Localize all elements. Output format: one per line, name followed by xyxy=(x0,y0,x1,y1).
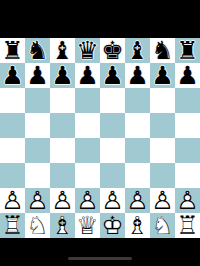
square-c8[interactable]: ♝ xyxy=(50,38,75,63)
square-c7[interactable]: ♟ xyxy=(50,63,75,88)
piece-white-knight[interactable]: ♞♘ xyxy=(150,213,175,238)
white-piece-outline-glyph: ♗ xyxy=(50,213,75,238)
square-e6[interactable] xyxy=(100,88,125,113)
black-piece-glyph: ♚ xyxy=(100,38,125,63)
square-d6[interactable] xyxy=(75,88,100,113)
piece-black-pawn[interactable]: ♟ xyxy=(150,63,175,88)
square-b4[interactable] xyxy=(25,138,50,163)
square-f8[interactable]: ♝ xyxy=(125,38,150,63)
square-c5[interactable] xyxy=(50,113,75,138)
black-piece-glyph: ♟ xyxy=(25,63,50,88)
square-f3[interactable] xyxy=(125,163,150,188)
piece-black-queen[interactable]: ♛ xyxy=(75,38,100,63)
square-d1[interactable]: ♛♕ xyxy=(75,213,100,238)
home-indicator-handle[interactable] xyxy=(68,257,132,260)
square-d4[interactable] xyxy=(75,138,100,163)
black-piece-glyph: ♟ xyxy=(75,63,100,88)
square-d2[interactable]: ♟♙ xyxy=(75,188,100,213)
square-a4[interactable] xyxy=(0,138,25,163)
square-g5[interactable] xyxy=(150,113,175,138)
white-piece-outline-glyph: ♙ xyxy=(50,188,75,213)
black-piece-glyph: ♜ xyxy=(0,38,25,63)
bottom-bar xyxy=(0,238,200,266)
black-piece-glyph: ♞ xyxy=(25,38,50,63)
square-h5[interactable] xyxy=(175,113,200,138)
black-piece-glyph: ♟ xyxy=(150,63,175,88)
piece-black-knight[interactable]: ♞ xyxy=(25,38,50,63)
white-piece-outline-glyph: ♔ xyxy=(100,213,125,238)
square-c4[interactable] xyxy=(50,138,75,163)
piece-black-pawn[interactable]: ♟ xyxy=(25,63,50,88)
piece-white-bishop[interactable]: ♝♗ xyxy=(125,213,150,238)
black-piece-glyph: ♛ xyxy=(75,38,100,63)
square-e8[interactable]: ♚ xyxy=(100,38,125,63)
white-piece-outline-glyph: ♙ xyxy=(25,188,50,213)
piece-black-pawn[interactable]: ♟ xyxy=(75,63,100,88)
square-e3[interactable] xyxy=(100,163,125,188)
piece-white-bishop[interactable]: ♝♗ xyxy=(50,213,75,238)
square-h6[interactable] xyxy=(175,88,200,113)
white-piece-outline-glyph: ♕ xyxy=(75,213,100,238)
black-piece-glyph: ♟ xyxy=(100,63,125,88)
square-g2[interactable]: ♟♙ xyxy=(150,188,175,213)
square-d5[interactable] xyxy=(75,113,100,138)
white-piece-outline-glyph: ♙ xyxy=(125,188,150,213)
square-a1[interactable]: ♜♖ xyxy=(0,213,25,238)
black-piece-glyph: ♟ xyxy=(175,63,200,88)
piece-black-knight[interactable]: ♞ xyxy=(150,38,175,63)
white-piece-outline-glyph: ♙ xyxy=(0,188,25,213)
square-f4[interactable] xyxy=(125,138,150,163)
piece-black-pawn[interactable]: ♟ xyxy=(125,63,150,88)
piece-white-rook[interactable]: ♜♖ xyxy=(175,213,200,238)
piece-black-pawn[interactable]: ♟ xyxy=(175,63,200,88)
square-a5[interactable] xyxy=(0,113,25,138)
square-g1[interactable]: ♞♘ xyxy=(150,213,175,238)
square-h8[interactable]: ♜ xyxy=(175,38,200,63)
square-d8[interactable]: ♛ xyxy=(75,38,100,63)
square-b2[interactable]: ♟♙ xyxy=(25,188,50,213)
square-f5[interactable] xyxy=(125,113,150,138)
square-g6[interactable] xyxy=(150,88,175,113)
piece-white-king[interactable]: ♚♔ xyxy=(100,213,125,238)
square-c1[interactable]: ♝♗ xyxy=(50,213,75,238)
piece-white-pawn[interactable]: ♟♙ xyxy=(125,188,150,213)
black-piece-glyph: ♜ xyxy=(175,38,200,63)
square-f6[interactable] xyxy=(125,88,150,113)
black-piece-glyph: ♟ xyxy=(125,63,150,88)
piece-black-pawn[interactable]: ♟ xyxy=(100,63,125,88)
white-piece-outline-glyph: ♙ xyxy=(175,188,200,213)
piece-black-bishop[interactable]: ♝ xyxy=(125,38,150,63)
square-b5[interactable] xyxy=(25,113,50,138)
square-f1[interactable]: ♝♗ xyxy=(125,213,150,238)
square-h3[interactable] xyxy=(175,163,200,188)
square-g3[interactable] xyxy=(150,163,175,188)
piece-black-king[interactable]: ♚ xyxy=(100,38,125,63)
piece-white-pawn[interactable]: ♟♙ xyxy=(0,188,25,213)
piece-white-knight[interactable]: ♞♘ xyxy=(25,213,50,238)
piece-white-pawn[interactable]: ♟♙ xyxy=(100,188,125,213)
square-d7[interactable]: ♟ xyxy=(75,63,100,88)
piece-white-pawn[interactable]: ♟♙ xyxy=(25,188,50,213)
piece-white-pawn[interactable]: ♟♙ xyxy=(50,188,75,213)
square-a8[interactable]: ♜ xyxy=(0,38,25,63)
square-b3[interactable] xyxy=(25,163,50,188)
square-e5[interactable] xyxy=(100,113,125,138)
white-piece-outline-glyph: ♖ xyxy=(175,213,200,238)
square-a7[interactable]: ♟ xyxy=(0,63,25,88)
piece-black-rook[interactable]: ♜ xyxy=(175,38,200,63)
white-piece-outline-glyph: ♙ xyxy=(75,188,100,213)
square-b8[interactable]: ♞ xyxy=(25,38,50,63)
piece-black-pawn[interactable]: ♟ xyxy=(50,63,75,88)
square-a3[interactable] xyxy=(0,163,25,188)
square-f2[interactable]: ♟♙ xyxy=(125,188,150,213)
piece-white-rook[interactable]: ♜♖ xyxy=(0,213,25,238)
white-piece-outline-glyph: ♘ xyxy=(25,213,50,238)
square-h4[interactable] xyxy=(175,138,200,163)
white-piece-outline-glyph: ♗ xyxy=(125,213,150,238)
chess-board: ♜♞♝♛♚♝♞♜♟♟♟♟♟♟♟♟♟♙♟♙♟♙♟♙♟♙♟♙♟♙♟♙♜♖♞♘♝♗♛♕… xyxy=(0,38,200,238)
square-b6[interactable] xyxy=(25,88,50,113)
square-h7[interactable]: ♟ xyxy=(175,63,200,88)
square-b1[interactable]: ♞♘ xyxy=(25,213,50,238)
black-piece-glyph: ♟ xyxy=(0,63,25,88)
black-piece-glyph: ♟ xyxy=(50,63,75,88)
piece-white-queen[interactable]: ♛♕ xyxy=(75,213,100,238)
black-piece-glyph: ♞ xyxy=(150,38,175,63)
square-h2[interactable]: ♟♙ xyxy=(175,188,200,213)
white-piece-outline-glyph: ♘ xyxy=(150,213,175,238)
square-h1[interactable]: ♜♖ xyxy=(175,213,200,238)
white-piece-outline-glyph: ♙ xyxy=(100,188,125,213)
square-c6[interactable] xyxy=(50,88,75,113)
square-b7[interactable]: ♟ xyxy=(25,63,50,88)
square-e1[interactable]: ♚♔ xyxy=(100,213,125,238)
piece-white-pawn[interactable]: ♟♙ xyxy=(75,188,100,213)
black-piece-glyph: ♝ xyxy=(125,38,150,63)
square-g7[interactable]: ♟ xyxy=(150,63,175,88)
square-a6[interactable] xyxy=(0,88,25,113)
square-e7[interactable]: ♟ xyxy=(100,63,125,88)
piece-black-pawn[interactable]: ♟ xyxy=(0,63,25,88)
square-g4[interactable] xyxy=(150,138,175,163)
square-g8[interactable]: ♞ xyxy=(150,38,175,63)
piece-black-bishop[interactable]: ♝ xyxy=(50,38,75,63)
top-bar xyxy=(0,0,200,38)
white-piece-outline-glyph: ♙ xyxy=(150,188,175,213)
square-e4[interactable] xyxy=(100,138,125,163)
square-f7[interactable]: ♟ xyxy=(125,63,150,88)
app-screen: ♜♞♝♛♚♝♞♜♟♟♟♟♟♟♟♟♟♙♟♙♟♙♟♙♟♙♟♙♟♙♟♙♜♖♞♘♝♗♛♕… xyxy=(0,0,200,266)
piece-black-rook[interactable]: ♜ xyxy=(0,38,25,63)
square-c3[interactable] xyxy=(50,163,75,188)
white-piece-outline-glyph: ♖ xyxy=(0,213,25,238)
square-d3[interactable] xyxy=(75,163,100,188)
black-piece-glyph: ♝ xyxy=(50,38,75,63)
piece-white-pawn[interactable]: ♟♙ xyxy=(175,188,200,213)
square-e2[interactable]: ♟♙ xyxy=(100,188,125,213)
square-a2[interactable]: ♟♙ xyxy=(0,188,25,213)
piece-white-pawn[interactable]: ♟♙ xyxy=(150,188,175,213)
square-c2[interactable]: ♟♙ xyxy=(50,188,75,213)
